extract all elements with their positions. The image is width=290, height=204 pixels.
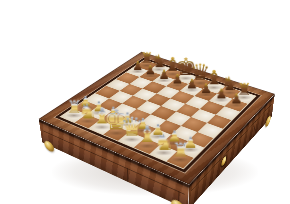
- product-photo-stage: ♜♞♝♚♛♝♞♜♟♟♟♟♟♟♟♟♟♟♟♟♟♟♟♟♜♞♝♚♛♝♞♜: [0, 0, 290, 204]
- white-rook-glyph: ♜: [172, 141, 190, 161]
- drawer-seam: [127, 168, 128, 182]
- brass-foot: [265, 114, 271, 129]
- brass-foot: [44, 139, 55, 153]
- piece-white-rook-a1: ♜: [165, 141, 195, 161]
- scene: ♜♞♝♚♛♝♞♜♟♟♟♟♟♟♟♟♟♟♟♟♟♟♟♟♜♞♝♚♛♝♞♜: [76, 21, 246, 191]
